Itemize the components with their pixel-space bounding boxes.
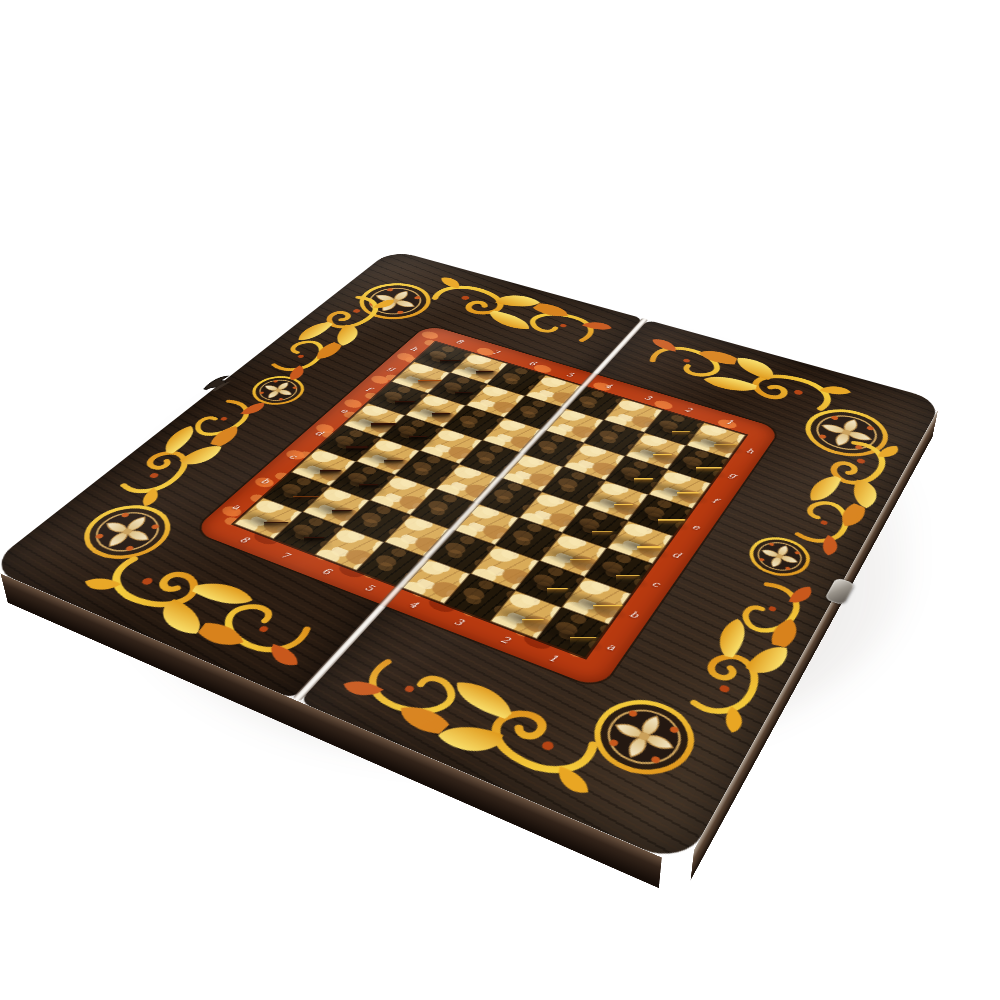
scene: 8765432187654321abcdefghabcdefgh ♜♜♟♟♟♟♜… [0, 0, 1000, 1000]
amber-medallion [575, 686, 713, 791]
gold-scroll-ornament [769, 428, 909, 563]
black-pawn-glyph: ♟ [230, 481, 378, 548]
white-rook-glyph: ♜ [489, 559, 649, 653]
amber-medallion [792, 400, 900, 467]
photo-stage: 8765432187654321abcdefghabcdefgh ♜♜♟♟♟♟♜… [0, 0, 1000, 1000]
chess-box-top: 8765432187654321abcdefghabcdefgh ♜♜♟♟♟♟♜… [0, 249, 943, 867]
amber-medallion-small [739, 530, 820, 585]
amber-medallion [64, 495, 191, 571]
